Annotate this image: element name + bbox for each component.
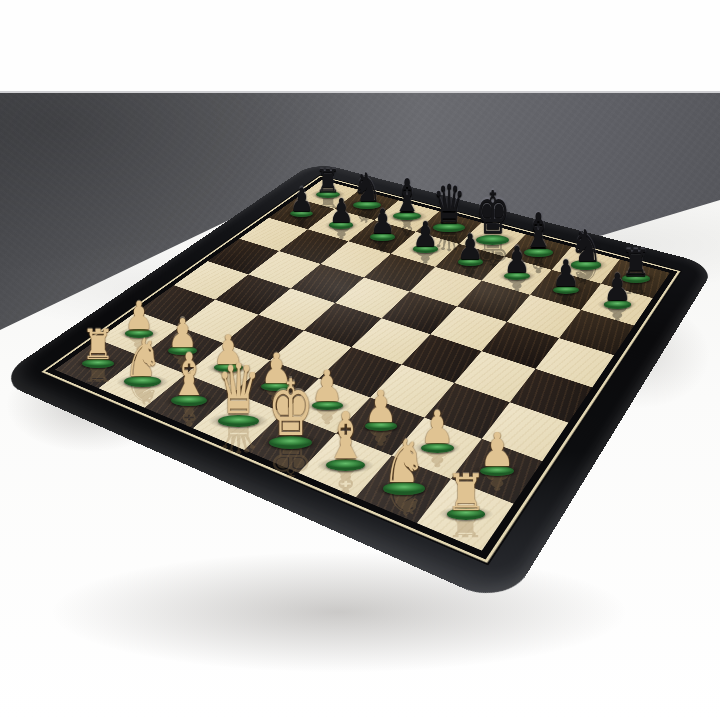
product-photo-stage: ♜♜♞♞♝♝♛♛♚♚♝♝♞♞♜♜♟♟♟♟♟♟♟♟♟♟♟♟♟♟♟♟♟♟♟♟♟♟♟♟… [0, 0, 720, 720]
board-shadow [0, 528, 720, 720]
